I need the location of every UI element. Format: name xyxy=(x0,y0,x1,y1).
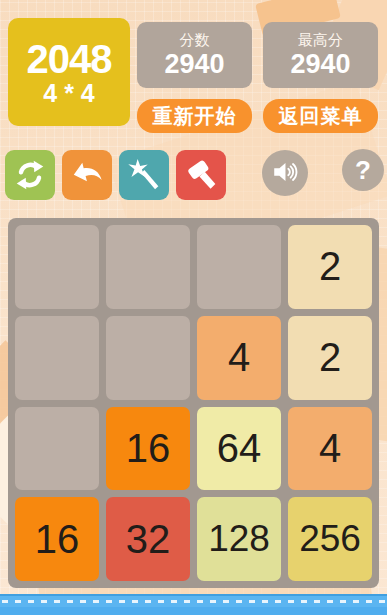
empty-cell-r2c2 xyxy=(106,316,190,400)
hammer-icon xyxy=(184,158,218,192)
logo-grid-size: 4 * 4 xyxy=(43,81,94,106)
best-score-box: 最高分 2940 xyxy=(263,22,378,88)
undo-button[interactable] xyxy=(62,150,112,200)
score-box: 分数 2940 xyxy=(137,22,252,88)
sound-button[interactable] xyxy=(262,150,308,196)
tile-256-r4c4: 256 xyxy=(288,497,372,581)
empty-cell-r2c1 xyxy=(15,316,99,400)
empty-cell-r1c3 xyxy=(197,225,281,309)
footer-dashes xyxy=(2,600,387,603)
tile-4-r3c4: 4 xyxy=(288,407,372,491)
empty-cell-r1c2 xyxy=(106,225,190,309)
board[interactable]: 242166441632128256 xyxy=(8,218,379,588)
app-screen: 2048 4 * 4 分数 2940 最高分 2940 重新开始 返回菜单 xyxy=(0,0,387,615)
tile-4-r2c3: 4 xyxy=(197,316,281,400)
refresh-button[interactable] xyxy=(5,150,55,200)
logo-tile: 2048 4 * 4 xyxy=(8,18,130,126)
refresh-icon xyxy=(13,158,47,192)
help-button[interactable]: ? xyxy=(342,149,384,191)
empty-cell-r1c1 xyxy=(15,225,99,309)
tile-2-r1c4: 2 xyxy=(288,225,372,309)
magic-wand-button[interactable] xyxy=(119,150,169,200)
tile-64-r3c3: 64 xyxy=(197,407,281,491)
tile-2-r2c4: 2 xyxy=(288,316,372,400)
wand-icon xyxy=(127,158,161,192)
best-score-label: 最高分 xyxy=(298,31,343,49)
best-score-value: 2940 xyxy=(290,50,350,80)
empty-cell-r3c1 xyxy=(15,407,99,491)
question-icon: ? xyxy=(355,155,371,186)
tile-16-r3c2: 16 xyxy=(106,407,190,491)
speaker-icon xyxy=(270,157,300,190)
tile-16-r4c1: 16 xyxy=(15,497,99,581)
restart-button[interactable]: 重新开始 xyxy=(137,99,252,133)
score-value: 2940 xyxy=(164,50,224,80)
hammer-button[interactable] xyxy=(176,150,226,200)
back-to-menu-button[interactable]: 返回菜单 xyxy=(263,99,378,133)
undo-icon xyxy=(70,158,104,192)
tile-32-r4c2: 32 xyxy=(106,497,190,581)
footer-strip xyxy=(0,594,387,615)
tile-128-r4c3: 128 xyxy=(197,497,281,581)
logo-title: 2048 xyxy=(27,39,112,79)
score-label: 分数 xyxy=(180,31,210,49)
